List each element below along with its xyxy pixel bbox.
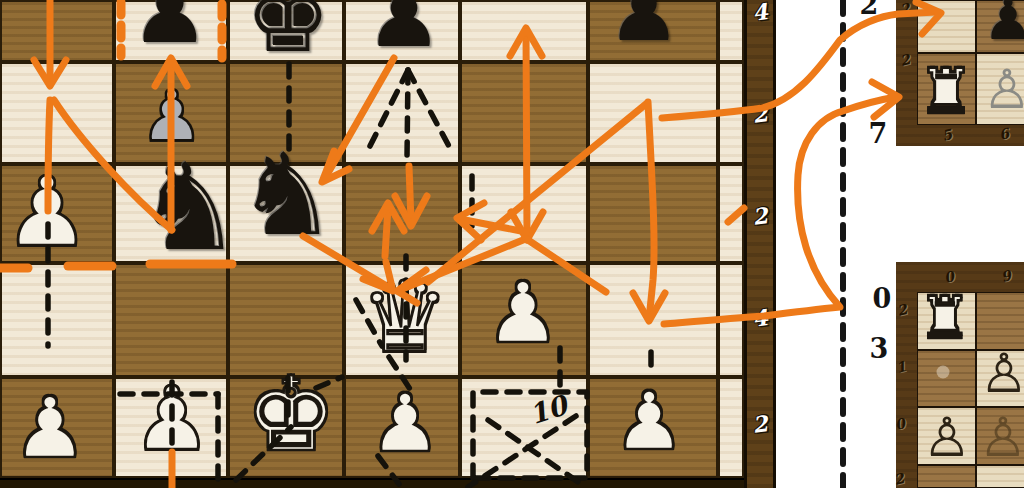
chess-piece-wQ-r3c3[interactable]: ♛ [361,268,449,366]
board-bottom-frame [0,478,776,488]
chess-piece-bK-r0c2[interactable]: ♚ [245,0,330,66]
chess-piece-bP-r0c3[interactable]: ♟ [365,0,442,59]
board-square-r2c4[interactable] [460,164,588,263]
board-square-r3c6[interactable] [718,263,744,377]
gutter-label: 7 [869,118,888,149]
chess-piece-wK-r4c2[interactable]: ♚ [245,364,336,466]
rank-label: 2 [751,410,770,438]
chess-piece-bP[interactable]: ♟ [983,0,1024,48]
chess-piece-wP-r3c4[interactable]: ♟ [485,271,560,355]
mini-bottom-square-r1c0[interactable] [917,350,976,407]
board-square-r4c4[interactable] [460,377,588,478]
board-square-r2c6[interactable] [718,164,744,263]
board-square-r3c0[interactable] [0,263,114,377]
chess-piece-ghostP[interactable]: ♙ [983,63,1024,117]
chess-piece-wR[interactable]: ♜ [918,61,974,123]
board-square-r1c5[interactable] [588,62,718,164]
chess-piece-bP-r0c5[interactable]: ♟ [607,0,681,53]
board-square-r1c0[interactable] [0,62,114,164]
board-square-r0c6[interactable] [718,0,744,62]
chess-piece-ghostP[interactable]: ♙ [979,411,1024,465]
board-right-frame: 4 2 2 4 2 [744,0,776,488]
chess-piece-wP-r4c5[interactable]: ♟ [613,382,685,462]
rank-label: 2 [751,202,770,230]
rank-label: 4 [751,304,770,332]
board-square-r1c3[interactable] [344,62,460,164]
chess-piece-wP-r4c1[interactable]: ♟ [133,375,212,463]
board-square-r0c0[interactable] [0,0,114,62]
chess-piece-bN-r2c1[interactable]: ♞ [135,148,243,268]
board-square-r2c3[interactable] [344,164,460,263]
board-square-r2c5[interactable] [588,164,718,263]
board-square-r4c6[interactable] [718,377,744,478]
chess-strategy-diagram: 4 2 2 4 2 2 7 0 3 ♟♜♙ 2 2 5 6 ♜♙♙♙ 0 9 2… [0,0,1024,488]
board-square-r3c5[interactable] [588,263,718,377]
chess-piece-wP-r4c3[interactable]: ♟ [369,384,441,464]
faint-dot [937,366,950,379]
chess-piece-wP-r4c0[interactable]: ♟ [12,386,87,470]
chess-piece-bN-r2c2[interactable]: ♞ [236,139,337,252]
chess-piece-wP[interactable]: ♙ [980,347,1024,401]
chess-piece-wP-r2c0[interactable]: ♟ [4,164,90,260]
rank-label: 4 [751,0,770,26]
board-square-r0c4[interactable] [460,0,588,62]
gutter-label: 0 [873,283,892,314]
chess-piece-wR[interactable]: ♜ [919,289,971,347]
board-square-r3c1[interactable] [114,263,228,377]
mini-top-square-r0c0[interactable] [917,0,976,53]
board-square-r1c6[interactable] [718,62,744,164]
rank-label: 2 [751,100,770,128]
board-square-r1c4[interactable] [460,62,588,164]
gutter-label: 2 [860,0,879,20]
gutter-label: 3 [870,333,889,364]
chess-piece-wP[interactable]: ♙ [923,411,971,465]
chess-piece-bP-r0c1[interactable]: ♟ [131,0,210,56]
